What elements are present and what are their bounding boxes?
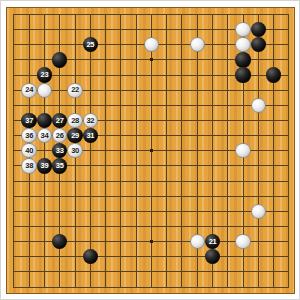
black-stone[interactable]: 27: [52, 113, 67, 128]
grid-line-horizontal: [13, 211, 289, 212]
stone-move-number: 28: [71, 117, 79, 125]
black-stone[interactable]: 29: [67, 128, 82, 143]
stone-move-number: 37: [25, 117, 33, 125]
go-board[interactable]: 2122232425262728293031323334353637383940: [6, 7, 295, 294]
black-stone[interactable]: 31: [83, 128, 98, 143]
stone-move-number: 38: [25, 162, 33, 170]
stone-move-number: 22: [71, 86, 79, 94]
grid-line-vertical: [227, 14, 228, 288]
black-stone[interactable]: [235, 67, 250, 82]
white-stone[interactable]: [235, 22, 250, 37]
black-stone[interactable]: [52, 234, 67, 249]
grid-line-horizontal: [13, 196, 289, 197]
white-stone[interactable]: [235, 234, 250, 249]
black-stone[interactable]: 35: [52, 158, 67, 173]
white-stone[interactable]: 22: [67, 83, 82, 98]
black-stone[interactable]: 37: [21, 113, 36, 128]
stone-move-number: 39: [41, 162, 49, 170]
stone-move-number: 33: [56, 147, 64, 155]
black-stone[interactable]: [52, 52, 67, 67]
black-stone[interactable]: 25: [83, 37, 98, 52]
star-point: [150, 149, 153, 152]
white-stone[interactable]: [190, 37, 205, 52]
black-stone[interactable]: [37, 113, 52, 128]
black-stone[interactable]: [205, 249, 220, 264]
white-stone[interactable]: [251, 98, 266, 113]
stone-move-number: 23: [41, 71, 49, 79]
stone-move-number: 34: [41, 132, 49, 140]
stone-move-number: 26: [56, 132, 64, 140]
white-stone[interactable]: 32: [83, 113, 98, 128]
grid-line-vertical: [273, 14, 274, 288]
grid-line-horizontal: [13, 181, 289, 182]
white-stone[interactable]: [190, 234, 205, 249]
black-stone[interactable]: [83, 249, 98, 264]
white-stone[interactable]: 26: [52, 128, 67, 143]
black-stone[interactable]: 39: [37, 158, 52, 173]
stone-move-number: 29: [71, 132, 79, 140]
white-stone[interactable]: [251, 204, 266, 219]
white-stone[interactable]: [235, 143, 250, 158]
black-stone[interactable]: [266, 67, 281, 82]
white-stone[interactable]: 40: [21, 143, 36, 158]
stone-move-number: 21: [209, 238, 217, 246]
white-stone[interactable]: [144, 37, 159, 52]
black-stone[interactable]: 21: [205, 234, 220, 249]
stone-move-number: 40: [25, 147, 33, 155]
white-stone[interactable]: 28: [67, 113, 82, 128]
star-point: [150, 58, 153, 61]
white-stone[interactable]: 38: [21, 158, 36, 173]
black-stone[interactable]: 33: [52, 143, 67, 158]
black-stone[interactable]: 23: [37, 67, 52, 82]
go-diagram-page: 2122232425262728293031323334353637383940: [0, 0, 300, 300]
white-stone[interactable]: 34: [37, 128, 52, 143]
grid-line-vertical: [166, 14, 167, 288]
stone-move-number: 31: [86, 132, 94, 140]
white-stone[interactable]: [235, 37, 250, 52]
grid-line-horizontal: [13, 226, 289, 227]
black-stone[interactable]: [235, 52, 250, 67]
stone-move-number: 27: [56, 117, 64, 125]
grid-line-horizontal: [13, 256, 289, 257]
stone-move-number: 24: [25, 86, 33, 94]
white-stone[interactable]: 30: [67, 143, 82, 158]
stone-move-number: 32: [86, 117, 94, 125]
stone-move-number: 30: [71, 147, 79, 155]
grid-line-vertical: [181, 14, 182, 288]
stone-move-number: 35: [56, 162, 64, 170]
star-point: [150, 240, 153, 243]
grid-line-horizontal: [13, 271, 289, 272]
white-stone[interactable]: 36: [21, 128, 36, 143]
grid-line-vertical: [258, 14, 259, 288]
black-stone[interactable]: [251, 37, 266, 52]
white-stone[interactable]: 24: [21, 83, 36, 98]
stone-move-number: 25: [86, 41, 94, 49]
stone-move-number: 36: [25, 132, 33, 140]
grid-line-vertical: [288, 14, 289, 288]
black-stone[interactable]: [251, 22, 266, 37]
grid-line-horizontal: [13, 287, 289, 288]
white-stone[interactable]: [37, 83, 52, 98]
